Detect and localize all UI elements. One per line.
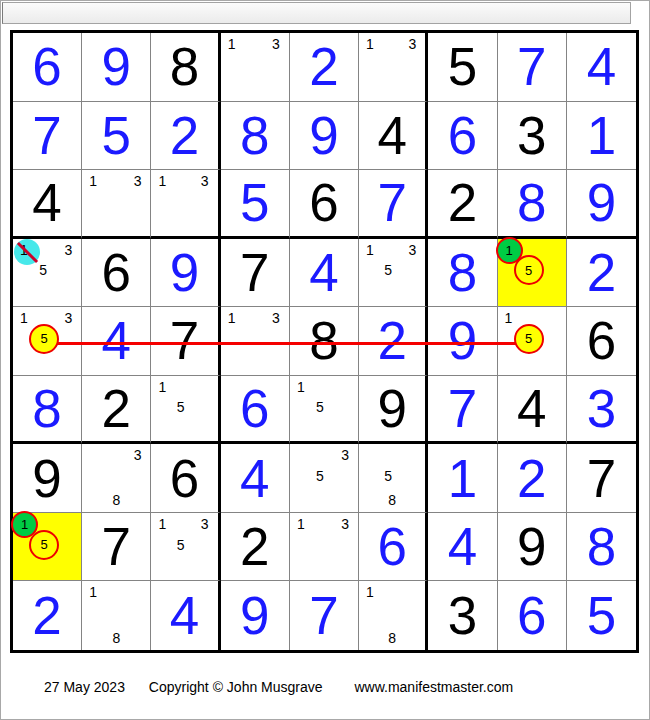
cell-r4c4[interactable]: 7 (221, 239, 290, 308)
cell-r1c7[interactable]: 5 (428, 33, 497, 102)
given-digit: 9 (13, 444, 81, 512)
solved-digit: 8 (13, 376, 81, 442)
cell-r2c7[interactable]: 6 (428, 102, 497, 171)
candidate-1: 1 (297, 517, 305, 531)
given-digit: 8 (290, 307, 358, 375)
cell-r9c6[interactable]: 18 (359, 581, 428, 650)
given-digit: 8 (151, 33, 217, 101)
cell-r6c7[interactable]: 7 (428, 376, 497, 445)
solved-digit: 7 (290, 581, 358, 650)
cell-r7c6[interactable]: 58 (359, 444, 428, 513)
solved-digit: 9 (151, 239, 217, 307)
solved-digit: 1 (428, 444, 496, 512)
cell-r4c5[interactable]: 4 (290, 239, 359, 308)
solved-digit: 7 (428, 376, 496, 442)
given-digit: 6 (567, 307, 636, 375)
candidate-5: 5 (177, 538, 185, 552)
given-digit: 9 (498, 513, 566, 581)
footer-copyright: Copyright © John Musgrave (149, 679, 323, 695)
cell-r7c4[interactable]: 4 (221, 444, 290, 513)
given-digit: 6 (151, 444, 217, 512)
given-digit: 7 (567, 444, 636, 512)
cell-r3c9[interactable]: 9 (567, 170, 636, 239)
cell-r1c2[interactable]: 9 (82, 33, 151, 102)
candidate-3: 3 (272, 37, 280, 51)
solved-digit: 6 (498, 581, 566, 650)
solved-digit: 8 (221, 102, 289, 170)
solved-digit: 4 (221, 444, 289, 512)
candidate-1: 1 (297, 380, 305, 394)
solved-digit: 4 (428, 513, 496, 581)
candidate-1: 1 (20, 311, 28, 325)
cell-r2c4[interactable]: 8 (221, 102, 290, 171)
candidate-5: 5 (177, 400, 185, 414)
solved-digit: 5 (221, 170, 289, 236)
red-circle-mark: 5 (29, 530, 59, 560)
solved-digit: 4 (290, 239, 358, 307)
cell-r2c2[interactable]: 5 (82, 102, 151, 171)
solved-digit: 4 (151, 581, 217, 650)
solved-digit: 7 (13, 102, 81, 170)
cell-r9c9[interactable]: 5 (567, 581, 636, 650)
given-digit: 3 (428, 581, 496, 650)
red-circle-mark: 5 (514, 255, 544, 285)
cell-r8c5[interactable]: 13 (290, 513, 359, 582)
candidate-3: 3 (64, 243, 72, 257)
red-circle-mark: 5 (514, 324, 544, 354)
candidate-3: 3 (201, 517, 209, 531)
cell-r4c3[interactable]: 9 (151, 239, 220, 308)
solved-digit: 8 (428, 239, 496, 307)
given-digit: 4 (498, 376, 566, 442)
given-digit: 7 (151, 307, 217, 375)
solved-digit: 9 (567, 170, 636, 236)
cell-r7c2[interactable]: 38 (82, 444, 151, 513)
solved-digit: 6 (13, 33, 81, 101)
cell-r8c2[interactable]: 7 (82, 513, 151, 582)
cell-r7c1[interactable]: 9 (13, 444, 82, 513)
cell-r7c7[interactable]: 1 (428, 444, 497, 513)
cell-r2c8[interactable]: 3 (498, 102, 567, 171)
red-circle-mark: 5 (29, 324, 59, 354)
candidate-1: 1 (89, 585, 97, 599)
candidate-3: 3 (134, 448, 142, 462)
cell-r4c8[interactable]: 15 (498, 239, 567, 308)
cell-r6c2[interactable]: 2 (82, 376, 151, 445)
cell-r9c2[interactable]: 18 (82, 581, 151, 650)
cell-r6c4[interactable]: 6 (221, 376, 290, 445)
cell-r6c1[interactable]: 8 (13, 376, 82, 445)
given-digit: 7 (221, 239, 289, 307)
given-digit: 9 (359, 376, 425, 442)
solved-digit: 2 (359, 307, 425, 375)
cell-r2c9[interactable]: 1 (567, 102, 636, 171)
solved-digit: 9 (428, 307, 496, 375)
solved-digit: 2 (290, 33, 358, 101)
cell-r8c9[interactable]: 8 (567, 513, 636, 582)
candidate-5: 5 (384, 469, 392, 483)
cell-r9c5[interactable]: 7 (290, 581, 359, 650)
cell-r6c9[interactable]: 3 (567, 376, 636, 445)
candidate-1: 1 (158, 380, 166, 394)
cell-r7c9[interactable]: 7 (567, 444, 636, 513)
cell-r8c3[interactable]: 135 (151, 513, 220, 582)
cell-r6c5[interactable]: 15 (290, 376, 359, 445)
cell-r9c1[interactable]: 2 (13, 581, 82, 650)
cell-r4c2[interactable]: 6 (82, 239, 151, 308)
footer-website: www.manifestmaster.com (354, 679, 513, 695)
cell-r7c8[interactable]: 2 (498, 444, 567, 513)
cell-r2c5[interactable]: 9 (290, 102, 359, 171)
cell-r3c2[interactable]: 13 (82, 170, 151, 239)
candidate-8: 8 (388, 631, 396, 645)
candidate-5: 5 (39, 263, 47, 277)
candidate-1: 1 (505, 311, 513, 325)
given-digit: 5 (428, 33, 496, 101)
cell-r3c4[interactable]: 5 (221, 170, 290, 239)
solved-digit: 7 (359, 170, 425, 236)
cell-r9c3[interactable]: 4 (151, 581, 220, 650)
cell-r9c8[interactable]: 6 (498, 581, 567, 650)
candidate-3: 3 (201, 174, 209, 188)
cell-r3c7[interactable]: 2 (428, 170, 497, 239)
cell-r4c1[interactable]: 135 (13, 239, 82, 308)
solved-digit: 4 (82, 307, 150, 375)
cell-r1c8[interactable]: 7 (498, 33, 567, 102)
title-bar (2, 2, 631, 24)
candidate-5: 5 (384, 263, 392, 277)
footer: 27 May 2023 Copyright © John Musgrave ww… (44, 679, 513, 695)
solved-digit: 9 (290, 102, 358, 170)
cell-r1c9[interactable]: 4 (567, 33, 636, 102)
cell-r1c4[interactable]: 13 (221, 33, 290, 102)
cell-r6c6[interactable]: 9 (359, 376, 428, 445)
candidate-1: 1 (366, 37, 374, 51)
cell-r6c8[interactable]: 4 (498, 376, 567, 445)
solved-digit: 6 (221, 376, 289, 442)
cell-r6c3[interactable]: 15 (151, 376, 220, 445)
given-digit: 7 (82, 513, 150, 581)
app-frame: 6981321357475289463141313567289135697413… (0, 0, 650, 720)
cell-r8c7[interactable]: 4 (428, 513, 497, 582)
candidate-1: 1 (89, 174, 97, 188)
cell-r3c3[interactable]: 13 (151, 170, 220, 239)
solved-digit: 8 (498, 170, 566, 236)
candidate-1: 1 (228, 37, 236, 51)
given-digit: 2 (428, 170, 496, 236)
solved-digit: 6 (359, 513, 425, 581)
candidate-5: 5 (316, 469, 324, 483)
given-digit: 3 (498, 102, 566, 170)
solved-digit: 7 (498, 33, 566, 101)
cell-r7c3[interactable]: 6 (151, 444, 220, 513)
given-digit: 6 (82, 239, 150, 307)
candidate-1: 1 (366, 243, 374, 257)
cell-r3c5[interactable]: 6 (290, 170, 359, 239)
candidate-1: 1 (228, 311, 236, 325)
chain-link-line (57, 342, 517, 345)
given-digit: 4 (359, 102, 425, 170)
solved-digit: 3 (567, 376, 636, 442)
given-digit: 4 (13, 170, 81, 236)
cell-r2c3[interactable]: 2 (151, 102, 220, 171)
solved-digit: 1 (567, 102, 636, 170)
solved-digit: 9 (221, 581, 289, 650)
given-digit: 6 (290, 170, 358, 236)
cell-r3c1[interactable]: 4 (13, 170, 82, 239)
footer-date: 27 May 2023 (44, 679, 125, 695)
cell-r1c1[interactable]: 6 (13, 33, 82, 102)
solved-digit: 2 (567, 239, 636, 307)
sudoku-board: 6981321357475289463141313567289135697413… (10, 30, 639, 653)
cell-r4c6[interactable]: 135 (359, 239, 428, 308)
solved-digit: 8 (567, 513, 636, 581)
given-digit: 2 (82, 376, 150, 442)
candidate-8: 8 (388, 493, 396, 507)
cell-r3c6[interactable]: 7 (359, 170, 428, 239)
solved-digit: 9 (82, 33, 150, 101)
solved-digit: 2 (151, 102, 217, 170)
cell-r8c4[interactable]: 2 (221, 513, 290, 582)
candidate-1: 1 (158, 174, 166, 188)
candidate-3: 3 (409, 37, 417, 51)
cell-r9c4[interactable]: 9 (221, 581, 290, 650)
candidate-3: 3 (64, 311, 72, 325)
cell-r3c8[interactable]: 8 (498, 170, 567, 239)
cell-r1c3[interactable]: 8 (151, 33, 220, 102)
solved-digit: 6 (428, 102, 496, 170)
candidate-8: 8 (112, 493, 120, 507)
candidate-3: 3 (134, 174, 142, 188)
solved-digit: 2 (13, 581, 81, 650)
cell-r8c1[interactable]: 15 (13, 513, 82, 582)
cell-r2c1[interactable]: 7 (13, 102, 82, 171)
cell-r4c9[interactable]: 2 (567, 239, 636, 308)
solved-digit: 4 (567, 33, 636, 101)
cell-r1c6[interactable]: 13 (359, 33, 428, 102)
given-digit: 2 (221, 513, 289, 581)
candidate-3: 3 (341, 448, 349, 462)
cell-r7c5[interactable]: 35 (290, 444, 359, 513)
cell-r4c7[interactable]: 8 (428, 239, 497, 308)
candidate-3: 3 (272, 311, 280, 325)
candidate-8: 8 (112, 631, 120, 645)
cell-r8c6[interactable]: 6 (359, 513, 428, 582)
cell-r5c9[interactable]: 6 (567, 307, 636, 376)
cell-r8c8[interactable]: 9 (498, 513, 567, 582)
candidate-1: 1 (158, 517, 166, 531)
cell-r1c5[interactable]: 2 (290, 33, 359, 102)
cell-r9c7[interactable]: 3 (428, 581, 497, 650)
candidate-5: 5 (316, 400, 324, 414)
candidate-3: 3 (409, 243, 417, 257)
candidate-3: 3 (341, 517, 349, 531)
solved-digit: 5 (567, 581, 636, 650)
candidate-1: 1 (366, 585, 374, 599)
cell-r2c6[interactable]: 4 (359, 102, 428, 171)
solved-digit: 2 (498, 444, 566, 512)
solved-digit: 5 (82, 102, 150, 170)
